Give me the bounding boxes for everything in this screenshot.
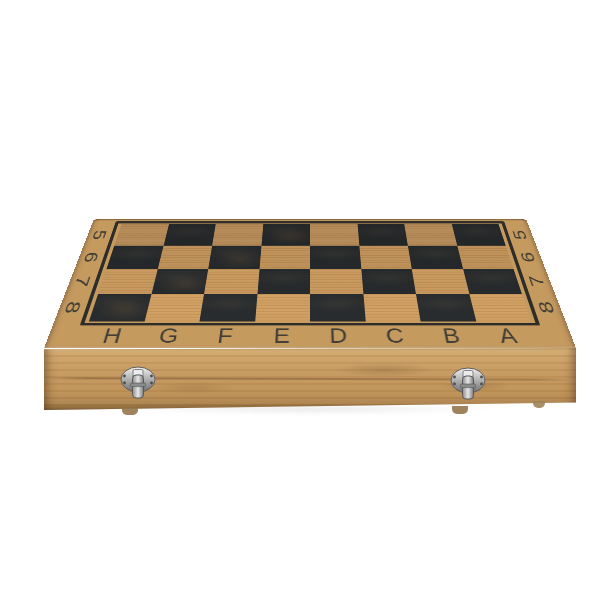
board-square-c5 — [357, 224, 408, 246]
product-photo-chess-box: HGFEDCBA 5678 5678 — [0, 0, 600, 600]
board-square-a7 — [463, 269, 522, 294]
board-square-g7 — [151, 269, 208, 294]
board-square-h5 — [114, 224, 168, 246]
board-square-h7 — [98, 269, 157, 294]
latch-icon — [118, 364, 158, 404]
board-square-f8 — [199, 294, 257, 321]
board-square-g8 — [144, 294, 204, 321]
board-top-surface: HGFEDCBA 5678 5678 — [44, 219, 576, 348]
file-label-f: F — [195, 323, 255, 348]
board-square-c6 — [359, 246, 412, 269]
board-square-b6 — [408, 246, 463, 269]
board-square-e8 — [255, 294, 310, 321]
file-label-h: H — [80, 323, 144, 348]
board-square-g5 — [163, 224, 216, 246]
file-label-d: D — [310, 323, 368, 348]
board-square-f7 — [204, 269, 259, 294]
latch-icon — [448, 365, 488, 405]
box-foot — [452, 406, 468, 414]
board-square-f5 — [212, 224, 263, 246]
board-square-a8 — [469, 294, 531, 321]
board-square-d6 — [310, 246, 361, 269]
board-square-a5 — [451, 224, 505, 246]
board-square-b8 — [416, 294, 476, 321]
board-square-c8 — [363, 294, 421, 321]
board-square-d8 — [310, 294, 365, 321]
file-label-e: E — [253, 323, 311, 348]
board-square-f6 — [208, 246, 261, 269]
file-label-g: G — [138, 323, 200, 348]
board-square-b7 — [412, 269, 469, 294]
file-label-b: B — [421, 323, 483, 348]
box-front-face — [44, 348, 576, 410]
board-square-h8 — [89, 294, 151, 321]
board-square-c7 — [361, 269, 416, 294]
board-square-e7 — [257, 269, 310, 294]
board-square-g6 — [157, 246, 212, 269]
board-square-b5 — [404, 224, 457, 246]
board-square-h6 — [106, 246, 163, 269]
latch-right — [448, 365, 488, 405]
board-square-d7 — [310, 269, 363, 294]
file-label-c: C — [365, 323, 425, 348]
chess-board — [89, 224, 531, 321]
box-foot — [122, 408, 138, 415]
board-square-e6 — [259, 246, 310, 269]
file-labels: HGFEDCBA — [80, 323, 540, 348]
board-square-e5 — [261, 224, 310, 246]
ground-shadow — [70, 407, 550, 416]
file-label-a: A — [476, 323, 540, 348]
board-square-a6 — [457, 246, 514, 269]
board-square-d5 — [310, 224, 359, 246]
latch-left — [118, 364, 158, 404]
